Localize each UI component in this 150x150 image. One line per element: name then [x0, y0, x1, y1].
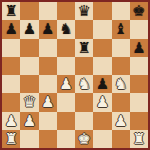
- square-h3[interactable]: [130, 93, 148, 111]
- square-f3[interactable]: ♟: [93, 93, 111, 111]
- square-e4[interactable]: ♞: [75, 75, 93, 93]
- white-knight[interactable]: ♞: [114, 75, 127, 93]
- square-e8[interactable]: ♛: [75, 2, 93, 20]
- square-f2[interactable]: [93, 112, 111, 130]
- square-b5[interactable]: [20, 57, 38, 75]
- square-f8[interactable]: [93, 2, 111, 20]
- square-c1[interactable]: [39, 130, 57, 148]
- square-g1[interactable]: [112, 130, 130, 148]
- square-b7[interactable]: ♟: [20, 20, 38, 38]
- square-e5[interactable]: [75, 57, 93, 75]
- square-g5[interactable]: [112, 57, 130, 75]
- board-frame: ♜♛♚♟♟♟♞♝♜♟♟♞♟♞♛♟♟♟♟♟♜♚♜: [0, 0, 150, 150]
- square-e1[interactable]: ♚: [75, 130, 93, 148]
- black-king[interactable]: ♚: [132, 2, 145, 20]
- square-d2[interactable]: [57, 112, 75, 130]
- black-pawn[interactable]: ♟: [4, 20, 17, 38]
- white-pawn[interactable]: ♟: [4, 112, 17, 130]
- square-d7[interactable]: ♞: [57, 20, 75, 38]
- square-g3[interactable]: [112, 93, 130, 111]
- square-f7[interactable]: [93, 20, 111, 38]
- white-queen[interactable]: ♛: [23, 93, 36, 111]
- square-b8[interactable]: [20, 2, 38, 20]
- square-f6[interactable]: [93, 39, 111, 57]
- black-knight[interactable]: ♞: [59, 20, 72, 38]
- square-d4[interactable]: ♟: [57, 75, 75, 93]
- square-g7[interactable]: ♝: [112, 20, 130, 38]
- black-rook[interactable]: ♜: [77, 39, 90, 57]
- square-h8[interactable]: ♚: [130, 2, 148, 20]
- white-pawn[interactable]: ♟: [59, 75, 72, 93]
- square-c7[interactable]: ♟: [39, 20, 57, 38]
- black-pawn[interactable]: ♟: [41, 20, 54, 38]
- black-queen[interactable]: ♛: [77, 2, 90, 20]
- white-king[interactable]: ♚: [77, 130, 90, 148]
- square-c6[interactable]: [39, 39, 57, 57]
- square-a5[interactable]: [2, 57, 20, 75]
- white-knight[interactable]: ♞: [77, 75, 90, 93]
- square-c8[interactable]: [39, 2, 57, 20]
- square-h7[interactable]: [130, 20, 148, 38]
- square-b1[interactable]: [20, 130, 38, 148]
- white-pawn[interactable]: ♟: [114, 112, 127, 130]
- square-h6[interactable]: ♟: [130, 39, 148, 57]
- white-pawn[interactable]: ♟: [23, 112, 36, 130]
- square-d5[interactable]: [57, 57, 75, 75]
- square-d8[interactable]: [57, 2, 75, 20]
- square-a6[interactable]: [2, 39, 20, 57]
- square-b2[interactable]: ♟: [20, 112, 38, 130]
- square-f5[interactable]: [93, 57, 111, 75]
- square-a3[interactable]: [2, 93, 20, 111]
- black-pawn[interactable]: ♟: [23, 20, 36, 38]
- square-a2[interactable]: ♟: [2, 112, 20, 130]
- white-pawn[interactable]: ♟: [41, 93, 54, 111]
- black-pawn[interactable]: ♟: [132, 39, 145, 57]
- square-e2[interactable]: [75, 112, 93, 130]
- square-c5[interactable]: [39, 57, 57, 75]
- square-c3[interactable]: ♟: [39, 93, 57, 111]
- square-g6[interactable]: [112, 39, 130, 57]
- square-h1[interactable]: ♜: [130, 130, 148, 148]
- square-d3[interactable]: [57, 93, 75, 111]
- square-b6[interactable]: [20, 39, 38, 57]
- square-a8[interactable]: ♜: [2, 2, 20, 20]
- square-d1[interactable]: [57, 130, 75, 148]
- square-a1[interactable]: ♜: [2, 130, 20, 148]
- white-rook[interactable]: ♜: [132, 130, 145, 148]
- square-a7[interactable]: ♟: [2, 20, 20, 38]
- square-a4[interactable]: [2, 75, 20, 93]
- white-rook[interactable]: ♜: [4, 130, 17, 148]
- square-e3[interactable]: [75, 93, 93, 111]
- black-bishop[interactable]: ♝: [114, 20, 127, 38]
- square-g8[interactable]: [112, 2, 130, 20]
- square-h5[interactable]: [130, 57, 148, 75]
- square-h2[interactable]: [130, 112, 148, 130]
- square-g4[interactable]: ♞: [112, 75, 130, 93]
- black-pawn[interactable]: ♟: [96, 75, 109, 93]
- square-h4[interactable]: [130, 75, 148, 93]
- black-rook[interactable]: ♜: [4, 2, 17, 20]
- square-g2[interactable]: ♟: [112, 112, 130, 130]
- chess-board: ♜♛♚♟♟♟♞♝♜♟♟♞♟♞♛♟♟♟♟♟♜♚♜: [2, 2, 148, 148]
- square-f4[interactable]: ♟: [93, 75, 111, 93]
- square-e6[interactable]: ♜: [75, 39, 93, 57]
- square-b4[interactable]: [20, 75, 38, 93]
- square-f1[interactable]: [93, 130, 111, 148]
- white-pawn[interactable]: ♟: [96, 93, 109, 111]
- square-d6[interactable]: [57, 39, 75, 57]
- square-c2[interactable]: [39, 112, 57, 130]
- square-c4[interactable]: [39, 75, 57, 93]
- square-e7[interactable]: [75, 20, 93, 38]
- square-b3[interactable]: ♛: [20, 93, 38, 111]
